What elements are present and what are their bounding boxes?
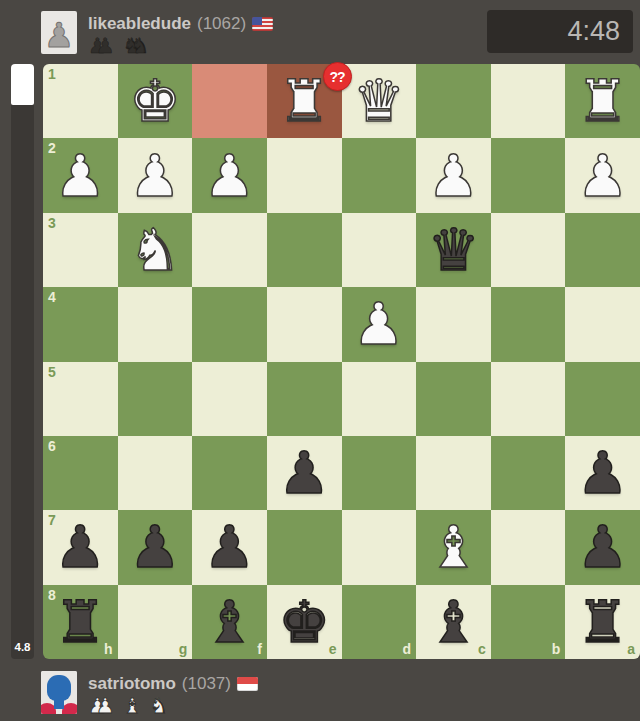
file-label-c: c	[478, 642, 486, 656]
square-g8[interactable]: g	[118, 585, 193, 659]
square-d5[interactable]	[342, 362, 417, 436]
rank-label-3: 3	[48, 216, 56, 230]
square-a6[interactable]: ♟	[565, 436, 640, 510]
square-a4[interactable]	[565, 287, 640, 361]
top-player-name[interactable]: likeabledude	[88, 14, 191, 34]
white-pawn-f2[interactable]: ♟	[204, 139, 256, 213]
square-f1[interactable]	[192, 64, 267, 138]
black-king-e8[interactable]: ♚	[278, 585, 330, 659]
square-b6[interactable]	[491, 436, 566, 510]
square-e5[interactable]	[267, 362, 342, 436]
top-player-rating: (1062)	[197, 14, 246, 34]
rank-label-4: 4	[48, 290, 56, 304]
file-label-f: f	[257, 642, 262, 656]
captured-knight-icon: ♞	[149, 694, 168, 718]
black-pawn-a7[interactable]: ♟	[577, 510, 629, 584]
top-player-captured-pieces: ♟♟♞♞	[88, 34, 157, 58]
square-f7[interactable]: ♟	[192, 510, 267, 584]
evaluation-score: 4.8	[11, 641, 34, 653]
square-h7[interactable]: 7♟	[43, 510, 118, 584]
square-f8[interactable]: f♝	[192, 585, 267, 659]
evaluation-bar-white-segment	[11, 64, 34, 105]
square-d2[interactable]	[342, 138, 417, 212]
square-b1[interactable]	[491, 64, 566, 138]
square-a7[interactable]: ♟	[565, 510, 640, 584]
square-e8[interactable]: e♚	[267, 585, 342, 659]
black-pawn-g7[interactable]: ♟	[129, 510, 181, 584]
square-a2[interactable]: ♟	[565, 138, 640, 212]
black-pawn-f7[interactable]: ♟	[204, 510, 256, 584]
square-g7[interactable]: ♟	[118, 510, 193, 584]
square-e1[interactable]: ♜??	[267, 64, 342, 138]
pawn-avatar-icon: ♟	[44, 15, 74, 55]
square-f6[interactable]	[192, 436, 267, 510]
black-pawn-h7[interactable]: ♟	[54, 510, 106, 584]
square-e4[interactable]	[267, 287, 342, 361]
evaluation-bar: 4.8	[11, 64, 34, 659]
rank-label-6: 6	[48, 439, 56, 453]
square-d4[interactable]: ♟	[342, 287, 417, 361]
square-b2[interactable]	[491, 138, 566, 212]
bottom-player-bar: satriotomo (1037) ♟♟♝♞ 5:34	[0, 660, 640, 720]
black-bishop-c8[interactable]: ♝	[427, 585, 479, 659]
square-g1[interactable]: ♚	[118, 64, 193, 138]
file-label-g: g	[179, 642, 188, 656]
rank-label-2: 2	[48, 141, 56, 155]
square-c1[interactable]	[416, 64, 491, 138]
square-h2[interactable]: 2♟	[43, 138, 118, 212]
captured-bishop-icon: ♝	[123, 694, 142, 718]
square-b3[interactable]	[491, 213, 566, 287]
square-c5[interactable]	[416, 362, 491, 436]
square-f5[interactable]	[192, 362, 267, 436]
top-player-avatar[interactable]: ♟	[41, 11, 77, 54]
black-bishop-f8[interactable]: ♝	[204, 585, 256, 659]
us-flag-icon	[252, 17, 273, 31]
top-player-bar: ♟ likeabledude (1062) ♟♟♞♞ 4:48	[0, 0, 640, 60]
top-player-clock: 4:48	[487, 10, 633, 53]
rank-label-1: 1	[48, 67, 56, 81]
square-g4[interactable]	[118, 287, 193, 361]
white-pawn-h2[interactable]: ♟	[54, 139, 106, 213]
square-a1[interactable]: ♜	[565, 64, 640, 138]
white-bishop-c7[interactable]: ♝	[427, 510, 479, 584]
square-b4[interactable]	[491, 287, 566, 361]
square-f2[interactable]: ♟	[192, 138, 267, 212]
captured-pawn-pair-icon: ♟♟	[88, 34, 115, 58]
square-a3[interactable]	[565, 213, 640, 287]
black-rook-a8[interactable]: ♜	[577, 585, 629, 659]
square-b8[interactable]: b	[491, 585, 566, 659]
square-e3[interactable]	[267, 213, 342, 287]
square-d7[interactable]	[342, 510, 417, 584]
white-pawn-g2[interactable]: ♟	[129, 139, 181, 213]
square-h4[interactable]: 4	[43, 287, 118, 361]
square-e2[interactable]	[267, 138, 342, 212]
white-queen-d1[interactable]: ♛	[353, 64, 405, 138]
square-c8[interactable]: c♝	[416, 585, 491, 659]
file-label-b: b	[552, 642, 561, 656]
white-knight-g3[interactable]: ♞	[129, 213, 181, 287]
file-label-e: e	[329, 642, 337, 656]
square-e7[interactable]	[267, 510, 342, 584]
captured-knight-pair-icon: ♞♞	[123, 34, 150, 58]
square-g2[interactable]: ♟	[118, 138, 193, 212]
square-c7[interactable]: ♝	[416, 510, 491, 584]
square-f3[interactable]	[192, 213, 267, 287]
chess-board[interactable]: 1♚♜??♛♜2♟♟♟♟♟3♞♛4♟56♟♟7♟♟♟♝♟8h♜gf♝e♚dc♝b…	[43, 64, 640, 659]
bottom-player-rating: (1037)	[182, 674, 231, 694]
square-g3[interactable]: ♞	[118, 213, 193, 287]
file-label-h: h	[104, 642, 113, 656]
square-h5[interactable]: 5	[43, 362, 118, 436]
white-pawn-a2[interactable]: ♟	[577, 139, 629, 213]
square-c2[interactable]: ♟	[416, 138, 491, 212]
square-h6[interactable]: 6	[43, 436, 118, 510]
square-c4[interactable]	[416, 287, 491, 361]
square-c3[interactable]: ♛	[416, 213, 491, 287]
bottom-player-name[interactable]: satriotomo	[88, 674, 176, 694]
black-rook-h8[interactable]: ♜	[54, 585, 106, 659]
square-d1[interactable]: ♛	[342, 64, 417, 138]
white-pawn-d4[interactable]: ♟	[353, 287, 405, 361]
black-pawn-a6[interactable]: ♟	[577, 436, 629, 510]
square-d6[interactable]	[342, 436, 417, 510]
file-label-a: a	[627, 642, 635, 656]
square-b7[interactable]	[491, 510, 566, 584]
black-pawn-e6[interactable]: ♟	[278, 436, 330, 510]
white-rook-a1[interactable]: ♜	[577, 64, 629, 138]
square-g6[interactable]	[118, 436, 193, 510]
square-h3[interactable]: 3	[43, 213, 118, 287]
rank-label-7: 7	[48, 513, 56, 527]
indonesia-flag-icon	[237, 677, 258, 691]
square-a5[interactable]	[565, 362, 640, 436]
rank-label-8: 8	[48, 588, 56, 602]
square-b5[interactable]	[491, 362, 566, 436]
person-avatar-icon	[41, 671, 77, 714]
blunder-badge: ??	[323, 62, 352, 91]
captured-pawn-pair-icon: ♟♟	[88, 694, 115, 718]
white-pawn-c2[interactable]: ♟	[427, 139, 479, 213]
file-label-d: d	[403, 642, 412, 656]
square-c6[interactable]	[416, 436, 491, 510]
square-d3[interactable]	[342, 213, 417, 287]
square-h1[interactable]: 1	[43, 64, 118, 138]
white-king-g1[interactable]: ♚	[129, 64, 181, 138]
square-e6[interactable]: ♟	[267, 436, 342, 510]
square-g5[interactable]	[118, 362, 193, 436]
square-h8[interactable]: 8h♜	[43, 585, 118, 659]
bottom-player-captured-pieces: ♟♟♝♞	[88, 694, 176, 718]
square-d8[interactable]: d	[342, 585, 417, 659]
square-a8[interactable]: a♜	[565, 585, 640, 659]
rank-label-5: 5	[48, 365, 56, 379]
black-queen-c3[interactable]: ♛	[427, 213, 479, 287]
square-f4[interactable]	[192, 287, 267, 361]
bottom-player-avatar[interactable]	[41, 671, 77, 714]
